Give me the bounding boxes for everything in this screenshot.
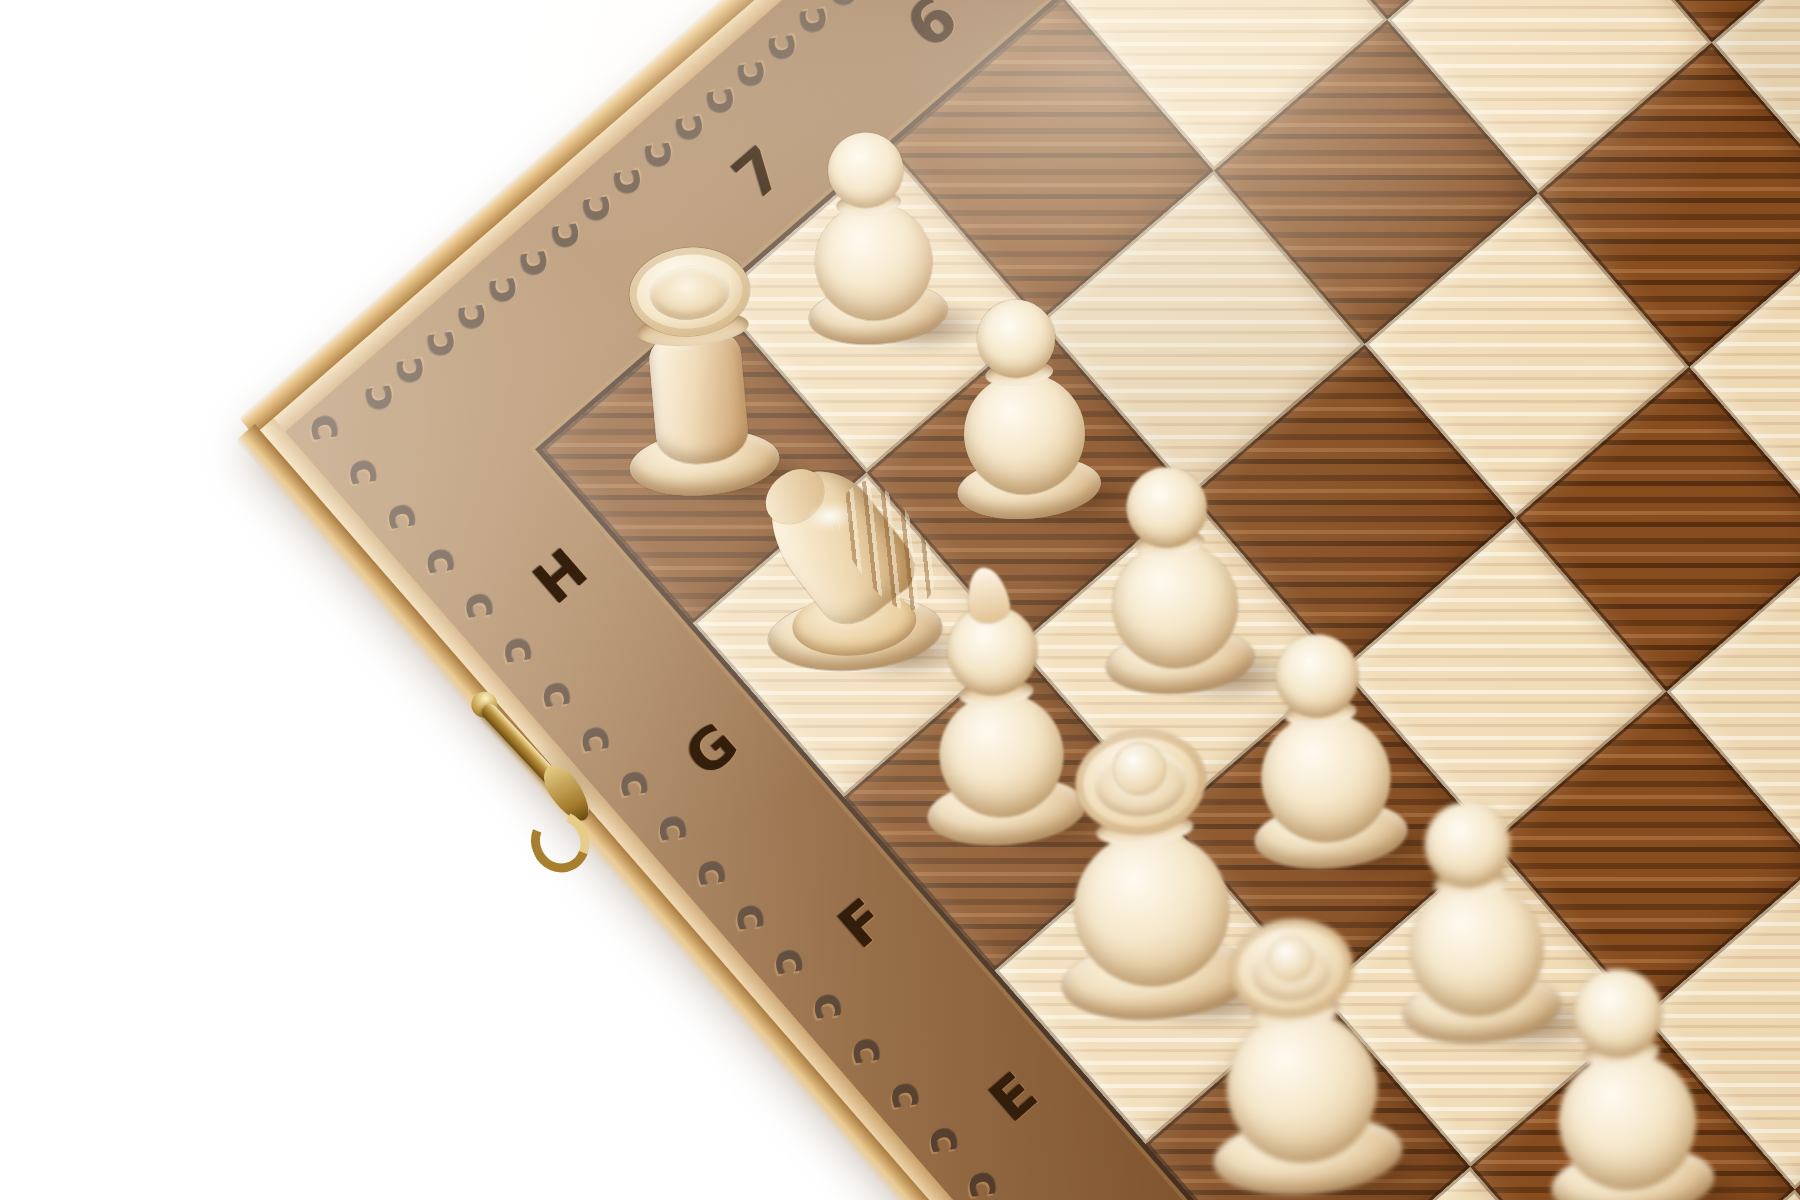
rank-label-6: 6	[875, 0, 989, 78]
chessboard-photo: cccccccccccccccccccccccccccccccccccccccc…	[0, 0, 1800, 1200]
board-shadow-wrap: cccccccccccccccccccccccccccccccccccccccc…	[0, 0, 1800, 1200]
chess-board: cccccccccccccccccccccccccccccccccccccccc…	[260, 0, 1800, 1200]
